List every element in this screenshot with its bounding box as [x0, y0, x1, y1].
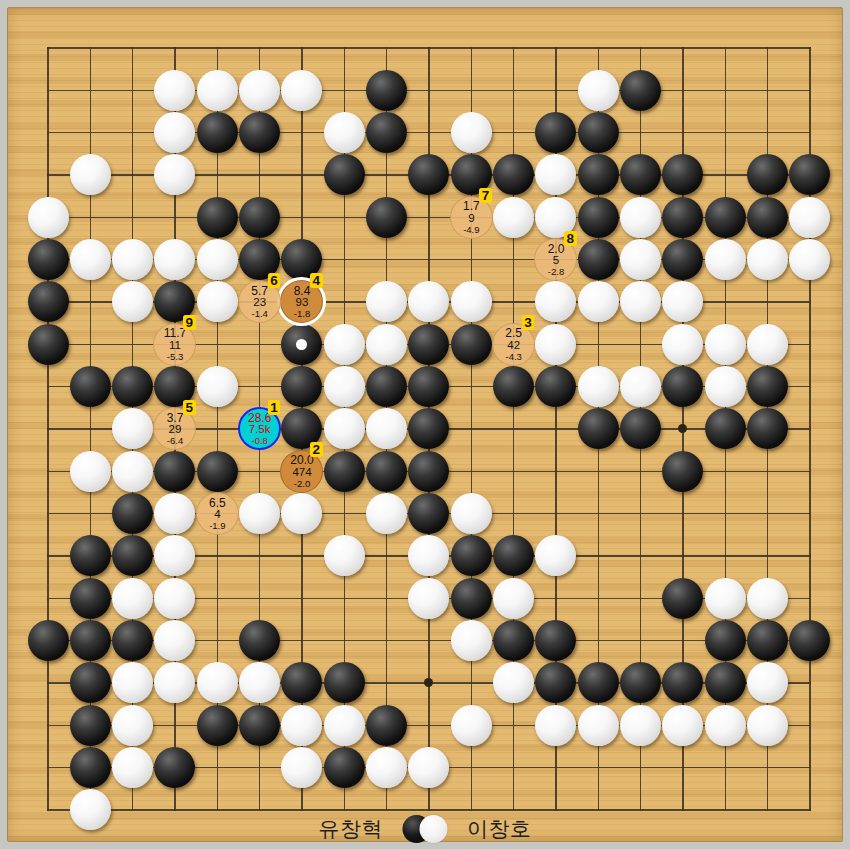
black-stone[interactable] [28, 239, 69, 280]
white-stone[interactable] [535, 154, 576, 195]
candidate-visits: 29 [169, 424, 182, 436]
black-stone[interactable] [197, 112, 238, 153]
white-stone[interactable] [112, 578, 153, 619]
white-stone[interactable] [493, 578, 534, 619]
black-stone[interactable] [239, 705, 280, 746]
black-stone[interactable] [281, 662, 322, 703]
black-stone[interactable] [535, 620, 576, 661]
white-stone[interactable] [324, 408, 365, 449]
black-stone[interactable] [662, 578, 703, 619]
white-stone[interactable] [154, 662, 195, 703]
black-white-stones-icon [402, 815, 448, 843]
candidate-score-loss: -4.3 [505, 352, 521, 362]
white-stone[interactable] [112, 705, 153, 746]
candidate-rank-tag: 5 [183, 400, 196, 415]
black-stone[interactable] [747, 154, 788, 195]
black-stone[interactable] [578, 197, 619, 238]
white-stone[interactable] [451, 281, 492, 322]
candidate-winrate: 2.0 [548, 243, 565, 255]
white-stone[interactable] [112, 281, 153, 322]
candidate-rank-tag: 6 [268, 273, 281, 288]
white-stone[interactable] [154, 70, 195, 111]
candidate-score-loss: -1.8 [294, 309, 310, 319]
candidate-winrate: 2.5 [505, 327, 522, 339]
white-stone[interactable] [620, 366, 661, 407]
white-stone[interactable] [578, 70, 619, 111]
candidate-visits: 11 [169, 340, 181, 352]
black-stone[interactable] [324, 662, 365, 703]
black-stone[interactable] [493, 620, 534, 661]
candidate-visits: 7.5k [249, 424, 271, 436]
black-stone[interactable] [747, 366, 788, 407]
white-stone[interactable] [70, 154, 111, 195]
candidate-winrate: 3.7 [167, 412, 184, 424]
white-stone[interactable] [154, 112, 195, 153]
black-stone[interactable] [197, 197, 238, 238]
white-stone[interactable] [112, 662, 153, 703]
black-stone[interactable] [662, 662, 703, 703]
white-stone[interactable] [662, 705, 703, 746]
black-stone[interactable] [620, 70, 661, 111]
white-stone[interactable] [197, 662, 238, 703]
white-stone[interactable] [70, 451, 111, 492]
white-stone[interactable] [366, 281, 407, 322]
white-stone[interactable] [578, 281, 619, 322]
white-stone[interactable] [281, 747, 322, 788]
white-stone[interactable] [408, 535, 449, 576]
black-stone[interactable] [747, 408, 788, 449]
black-stone[interactable] [747, 620, 788, 661]
black-stone[interactable] [578, 662, 619, 703]
black-stone[interactable] [324, 154, 365, 195]
white-stone[interactable] [535, 705, 576, 746]
black-stone[interactable] [451, 535, 492, 576]
black-stone[interactable] [493, 535, 534, 576]
black-stone[interactable] [70, 578, 111, 619]
black-stone[interactable] [70, 366, 111, 407]
white-stone[interactable] [28, 197, 69, 238]
white-stone[interactable] [535, 535, 576, 576]
candidate-winrate: 1.7 [463, 200, 480, 212]
black-stone[interactable] [239, 112, 280, 153]
white-stone-icon [419, 815, 447, 843]
black-stone[interactable] [408, 493, 449, 534]
black-stone[interactable] [578, 154, 619, 195]
white-stone[interactable] [366, 747, 407, 788]
white-stone[interactable] [789, 239, 830, 280]
black-stone[interactable] [239, 620, 280, 661]
white-stone[interactable] [620, 197, 661, 238]
white-stone[interactable] [620, 705, 661, 746]
black-stone[interactable] [662, 154, 703, 195]
candidate-winrate: 8.4 [294, 285, 311, 297]
go-board[interactable]: 28.67.5k-0.8120.0474-2.022.542-4.338.493… [7, 7, 843, 842]
black-stone[interactable] [578, 112, 619, 153]
white-stone[interactable] [324, 366, 365, 407]
black-stone[interactable] [366, 705, 407, 746]
black-stone[interactable] [70, 747, 111, 788]
candidate-visits: 9 [468, 213, 474, 225]
candidate-rank-tag: 4 [310, 273, 323, 288]
black-stone[interactable] [747, 197, 788, 238]
white-stone[interactable] [324, 705, 365, 746]
black-stone[interactable] [28, 324, 69, 365]
black-stone[interactable] [70, 620, 111, 661]
candidate-score-loss: -6.4 [167, 436, 183, 446]
candidate-score-loss: -2.8 [548, 267, 564, 277]
white-stone[interactable] [493, 197, 534, 238]
black-stone[interactable] [28, 620, 69, 661]
black-stone[interactable] [535, 366, 576, 407]
black-stone[interactable] [408, 324, 449, 365]
white-stone[interactable] [154, 535, 195, 576]
white-stone[interactable] [705, 578, 746, 619]
black-stone[interactable] [662, 239, 703, 280]
black-stone[interactable] [620, 154, 661, 195]
black-stone[interactable] [408, 366, 449, 407]
white-stone[interactable] [366, 408, 407, 449]
white-stone[interactable] [324, 112, 365, 153]
candidate-score-loss: -1.9 [209, 521, 225, 531]
candidate-rank-tag: 7 [479, 188, 492, 203]
white-stone[interactable] [324, 535, 365, 576]
black-stone[interactable] [451, 578, 492, 619]
black-stone[interactable] [662, 366, 703, 407]
white-stone[interactable] [705, 705, 746, 746]
star-point [424, 678, 433, 687]
white-stone[interactable] [324, 324, 365, 365]
black-stone[interactable] [197, 705, 238, 746]
white-stone[interactable] [197, 239, 238, 280]
black-player-name: 유창혁 [319, 815, 384, 843]
candidate-rank-tag: 2 [310, 442, 323, 457]
candidate-winrate: 6.5 [209, 497, 226, 509]
white-stone[interactable] [747, 239, 788, 280]
white-stone[interactable] [239, 662, 280, 703]
black-stone[interactable] [112, 535, 153, 576]
white-stone[interactable] [239, 70, 280, 111]
white-stone[interactable] [662, 281, 703, 322]
grid-line-horizontal [47, 809, 810, 810]
white-stone[interactable] [451, 620, 492, 661]
candidate-score-loss: -0.8 [251, 436, 267, 446]
white-stone[interactable] [451, 493, 492, 534]
white-stone[interactable] [493, 662, 534, 703]
black-stone[interactable] [789, 154, 830, 195]
white-stone[interactable] [366, 324, 407, 365]
black-stone[interactable] [705, 408, 746, 449]
black-stone[interactable] [28, 281, 69, 322]
black-stone[interactable] [366, 70, 407, 111]
white-stone[interactable] [451, 112, 492, 153]
white-stone[interactable] [747, 662, 788, 703]
white-stone[interactable] [408, 578, 449, 619]
white-stone[interactable] [154, 493, 195, 534]
white-stone[interactable] [154, 620, 195, 661]
white-stone[interactable] [620, 281, 661, 322]
candidate-visits: 5 [553, 255, 559, 267]
white-stone[interactable] [705, 366, 746, 407]
black-stone[interactable] [578, 408, 619, 449]
black-stone[interactable] [239, 197, 280, 238]
players-caption: 유창혁 이창호 [319, 814, 532, 844]
black-stone[interactable] [324, 451, 365, 492]
go-review-screen: 28.67.5k-0.8120.0474-2.022.542-4.338.493… [0, 0, 850, 849]
candidate-visits: 93 [296, 297, 309, 309]
black-stone[interactable] [197, 451, 238, 492]
black-stone[interactable] [366, 366, 407, 407]
white-stone[interactable] [281, 70, 322, 111]
white-stone[interactable] [451, 705, 492, 746]
white-stone[interactable] [705, 324, 746, 365]
black-stone[interactable] [70, 662, 111, 703]
white-stone[interactable] [197, 70, 238, 111]
black-stone[interactable] [789, 620, 830, 661]
candidate-rank-tag: 3 [522, 315, 535, 330]
black-stone[interactable] [662, 197, 703, 238]
black-stone[interactable] [535, 662, 576, 703]
black-stone[interactable] [578, 239, 619, 280]
candidate-visits: 474 [292, 467, 311, 479]
candidate-rank-tag: 9 [183, 315, 196, 330]
black-stone[interactable] [662, 451, 703, 492]
black-stone[interactable] [705, 197, 746, 238]
white-stone[interactable] [620, 239, 661, 280]
black-stone[interactable] [112, 620, 153, 661]
white-stone[interactable] [705, 239, 746, 280]
black-stone[interactable] [324, 747, 365, 788]
black-stone[interactable] [493, 366, 534, 407]
candidate-score-loss: -2.0 [294, 479, 310, 489]
white-stone[interactable] [70, 789, 111, 830]
black-stone[interactable] [366, 112, 407, 153]
black-stone[interactable] [705, 662, 746, 703]
white-stone[interactable] [70, 239, 111, 280]
white-stone[interactable] [535, 324, 576, 365]
candidate-winrate: 5.7 [251, 285, 268, 297]
black-stone[interactable] [154, 747, 195, 788]
black-stone[interactable] [493, 154, 534, 195]
black-stone[interactable] [366, 197, 407, 238]
white-stone[interactable] [535, 281, 576, 322]
candidate-visits: 4 [214, 509, 220, 521]
white-stone[interactable] [747, 324, 788, 365]
black-stone[interactable] [451, 324, 492, 365]
black-stone[interactable] [620, 408, 661, 449]
white-stone[interactable] [112, 747, 153, 788]
black-stone[interactable] [408, 154, 449, 195]
white-stone[interactable] [408, 281, 449, 322]
black-stone[interactable] [70, 535, 111, 576]
white-stone[interactable] [197, 281, 238, 322]
white-stone[interactable] [112, 239, 153, 280]
candidate-score-loss: -1.4 [251, 309, 267, 319]
white-stone[interactable] [747, 705, 788, 746]
white-stone[interactable] [112, 408, 153, 449]
white-stone[interactable] [366, 493, 407, 534]
candidate-visits: 42 [507, 340, 520, 352]
star-point [678, 424, 687, 433]
black-stone[interactable] [112, 366, 153, 407]
white-stone[interactable] [789, 197, 830, 238]
white-stone[interactable] [662, 324, 703, 365]
white-stone[interactable] [578, 366, 619, 407]
white-stone[interactable] [281, 705, 322, 746]
black-stone[interactable] [366, 451, 407, 492]
candidate-score-loss: -4.9 [463, 225, 479, 235]
black-stone[interactable] [154, 451, 195, 492]
white-stone[interactable] [408, 747, 449, 788]
candidate-rank-tag: 1 [268, 400, 281, 415]
black-stone[interactable] [408, 408, 449, 449]
black-stone[interactable] [281, 366, 322, 407]
white-stone[interactable] [578, 705, 619, 746]
white-stone[interactable] [112, 451, 153, 492]
black-stone[interactable] [70, 705, 111, 746]
black-stone[interactable] [112, 493, 153, 534]
candidate-move[interactable]: 6.54-1.9 [196, 492, 239, 535]
white-stone[interactable] [154, 578, 195, 619]
white-stone[interactable] [239, 493, 280, 534]
candidate-score-loss: -5.3 [167, 352, 183, 362]
candidate-rank-tag: 8 [564, 231, 577, 246]
white-stone[interactable] [197, 366, 238, 407]
black-stone[interactable] [408, 451, 449, 492]
white-stone[interactable] [747, 578, 788, 619]
white-stone[interactable] [154, 154, 195, 195]
candidate-visits: 23 [253, 297, 266, 309]
black-stone[interactable] [535, 112, 576, 153]
black-stone[interactable] [620, 662, 661, 703]
white-stone[interactable] [281, 493, 322, 534]
white-stone[interactable] [154, 239, 195, 280]
white-player-name: 이창호 [467, 815, 532, 843]
black-stone[interactable] [705, 620, 746, 661]
